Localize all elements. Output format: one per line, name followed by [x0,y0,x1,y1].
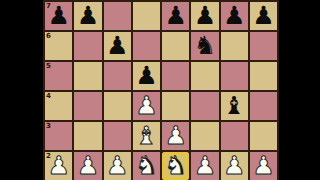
piece-black-pawn: ♟ [194,3,216,28]
piece-white-pawn: ♟ [47,153,69,178]
square-c6[interactable]: ♟ [104,32,131,60]
square-c3[interactable] [104,122,131,150]
square-b5[interactable] [74,62,101,90]
square-d7[interactable] [133,2,160,30]
square-e7[interactable]: ♟ [162,2,189,30]
piece-black-pawn: ♟ [77,3,99,28]
square-d5[interactable]: ♟ [133,62,160,90]
piece-white-pawn: ♟ [106,153,128,178]
piece-white-knight: ♞ [164,153,186,178]
square-g2[interactable]: ♟ [221,152,248,180]
square-f3[interactable] [191,122,218,150]
square-e4[interactable] [162,92,189,120]
rank-label-6: 6 [46,32,51,40]
square-g5[interactable] [221,62,248,90]
piece-white-pawn: ♟ [252,153,274,178]
square-a2[interactable]: 2♟ [45,152,72,180]
square-h7[interactable]: ♟ [250,2,277,30]
square-e5[interactable] [162,62,189,90]
square-f7[interactable]: ♟ [191,2,218,30]
square-f2[interactable]: ♟ [191,152,218,180]
piece-black-pawn: ♟ [47,3,69,28]
square-c7[interactable] [104,2,131,30]
square-a6[interactable]: 6 [45,32,72,60]
square-a3[interactable]: 3 [45,122,72,150]
rank-label-4: 4 [46,92,51,100]
square-h2[interactable]: ♟ [250,152,277,180]
square-c2[interactable]: ♟ [104,152,131,180]
piece-black-pawn: ♟ [164,3,186,28]
piece-white-knight: ♞ [135,153,157,178]
square-b4[interactable] [74,92,101,120]
letterbox-left [0,0,43,180]
square-f5[interactable] [191,62,218,90]
square-f6[interactable]: ♞ [191,32,218,60]
square-e3[interactable]: ♟ [162,122,189,150]
square-h3[interactable] [250,122,277,150]
piece-black-bishop: ♝ [223,93,245,118]
piece-black-pawn: ♟ [106,33,128,58]
square-g7[interactable]: ♟ [221,2,248,30]
square-d6[interactable] [133,32,160,60]
square-a4[interactable]: 4 [45,92,72,120]
square-f4[interactable] [191,92,218,120]
chess-board: 7♟♟♟♟♟♟6♟♞5♟4♟♝3♝♟2♟♟♟♞♞♟♟♟ [43,0,279,180]
piece-black-pawn: ♟ [252,3,274,28]
square-a5[interactable]: 5 [45,62,72,90]
square-c5[interactable] [104,62,131,90]
piece-white-pawn: ♟ [194,153,216,178]
piece-white-pawn: ♟ [77,153,99,178]
square-d4[interactable]: ♟ [133,92,160,120]
piece-white-pawn: ♟ [164,123,186,148]
square-h4[interactable] [250,92,277,120]
piece-black-knight: ♞ [194,33,216,58]
square-e6[interactable] [162,32,189,60]
letterbox-right [279,0,320,180]
rank-label-5: 5 [46,62,51,70]
square-g3[interactable] [221,122,248,150]
square-b6[interactable] [74,32,101,60]
square-d2[interactable]: ♞ [133,152,160,180]
square-b2[interactable]: ♟ [74,152,101,180]
rank-label-3: 3 [46,122,51,130]
square-c4[interactable] [104,92,131,120]
piece-white-pawn: ♟ [223,153,245,178]
piece-white-bishop: ♝ [135,123,157,148]
square-d3[interactable]: ♝ [133,122,160,150]
square-g6[interactable] [221,32,248,60]
square-h6[interactable] [250,32,277,60]
piece-black-pawn: ♟ [135,63,157,88]
square-b7[interactable]: ♟ [74,2,101,30]
piece-white-pawn: ♟ [135,93,157,118]
square-e2[interactable]: ♞ [162,152,189,180]
video-frame: 7♟♟♟♟♟♟6♟♞5♟4♟♝3♝♟2♟♟♟♞♞♟♟♟ [0,0,320,180]
square-a7[interactable]: 7♟ [45,2,72,30]
square-h5[interactable] [250,62,277,90]
square-b3[interactable] [74,122,101,150]
square-g4[interactable]: ♝ [221,92,248,120]
piece-black-pawn: ♟ [223,3,245,28]
